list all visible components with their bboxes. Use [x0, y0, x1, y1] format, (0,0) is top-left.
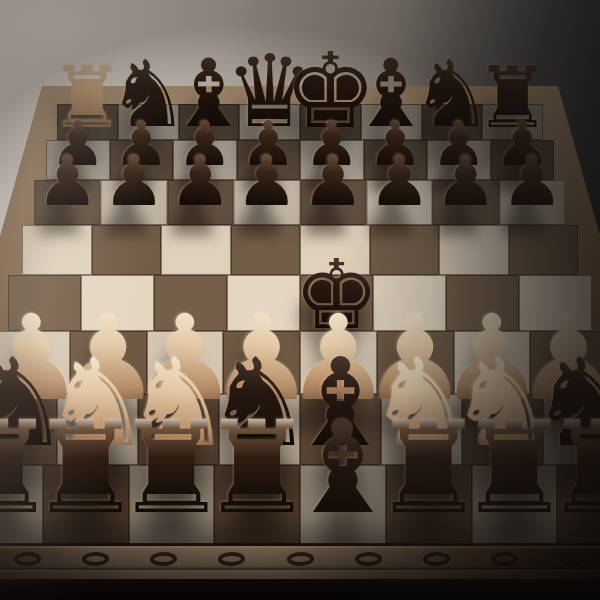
- piece-dark-pawn-g6: ♟: [435, 146, 498, 216]
- piece-dark-pawn-e6: ♟: [302, 146, 365, 216]
- rail-ring-ornament: [150, 552, 178, 566]
- rail-ring-ornament: [558, 552, 586, 566]
- rail-ring-ornament: [354, 552, 382, 566]
- piece-dark-pawn-d6: ♟: [235, 146, 298, 216]
- rail-lip: [0, 570, 600, 579]
- rail-ring-ornament: [13, 552, 41, 566]
- board-underside: [0, 579, 600, 600]
- rail-ring-ornament: [422, 552, 450, 566]
- piece-dark-pawn-b6: ♟: [103, 146, 166, 216]
- rail-ring-ornament: [490, 552, 518, 566]
- piece-dark-pawn-c6: ♟: [169, 146, 232, 216]
- piece-dark-pawn-a6: ♟: [36, 146, 99, 216]
- chess-photo-scene: ♜♞♝♛♚♝♞♜♟♟♟♟♟♟♟♟♟♟♟♟♟♟♟♟♚♟♟♟♟♟♟♟♟♞♞♞♞♝♞♞…: [0, 0, 600, 600]
- rail-ring-ornament: [81, 552, 109, 566]
- pieces-layer: ♜♞♝♛♚♝♞♜♟♟♟♟♟♟♟♟♟♟♟♟♟♟♟♟♚♟♟♟♟♟♟♟♟♞♞♞♞♝♞♞…: [0, 0, 600, 600]
- piece-dark-pawn-f6: ♟: [368, 146, 431, 216]
- piece-dark-pawn-h6: ♟: [501, 146, 564, 216]
- rail-ring-ornament: [286, 552, 314, 566]
- rail-face: [0, 546, 600, 570]
- rail-ring-ornaments: [0, 552, 600, 570]
- board-front-rail: [0, 543, 600, 600]
- rail-ring-ornament: [218, 552, 246, 566]
- piece-dark-rook-h1: ♜: [543, 404, 600, 532]
